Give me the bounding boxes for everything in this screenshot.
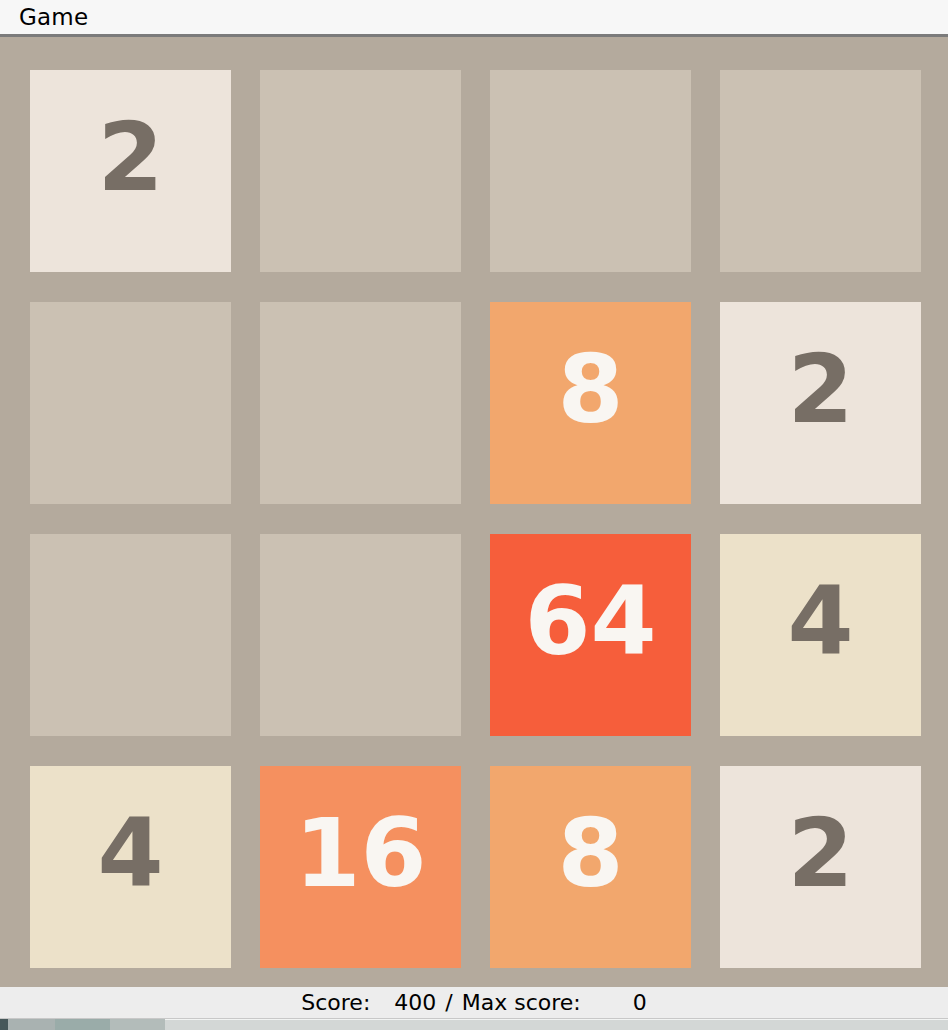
empty-cell: [720, 70, 921, 272]
tile-2: 2: [30, 70, 231, 272]
tile-4: 4: [30, 766, 231, 968]
board[interactable]: 28264441682: [0, 37, 948, 987]
tile-value: 4: [97, 806, 163, 901]
window-edge-segment: [8, 1019, 55, 1030]
tile-value: 8: [557, 806, 623, 901]
window-edge-segment: [0, 1019, 8, 1030]
max-score-label: Max score:: [462, 990, 581, 1015]
tile-value: 2: [787, 806, 853, 901]
empty-cell: [30, 302, 231, 504]
tile-64: 64: [490, 534, 691, 736]
tile-2: 2: [720, 302, 921, 504]
tile-value: 64: [524, 574, 656, 669]
status-bar: Score: 400 / Max score: 0: [0, 987, 948, 1019]
score-value: 400: [386, 990, 436, 1015]
tile-16: 16: [260, 766, 461, 968]
menu-bar: Game: [0, 0, 948, 37]
score-label: Score:: [301, 990, 370, 1015]
empty-cell: [260, 70, 461, 272]
menu-item-game[interactable]: Game: [0, 4, 88, 30]
empty-cell: [260, 534, 461, 736]
score-separator: /: [445, 990, 452, 1015]
tile-value: 2: [97, 110, 163, 205]
tile-value: 16: [294, 806, 426, 901]
tile-value: 4: [787, 574, 853, 669]
empty-cell: [30, 534, 231, 736]
tile-2: 2: [720, 766, 921, 968]
tile-8: 8: [490, 766, 691, 968]
empty-cell: [490, 70, 691, 272]
window-edge-segment: [55, 1019, 110, 1030]
app-window: Game 28264441682 Score: 400 / Max score:…: [0, 0, 948, 1030]
background-window-edge: [0, 1019, 948, 1030]
empty-cell: [260, 302, 461, 504]
tile-value: 2: [787, 342, 853, 437]
tile-8: 8: [490, 302, 691, 504]
window-edge-segment: [110, 1019, 165, 1030]
tile-4: 4: [720, 534, 921, 736]
window-edge-segment: [165, 1019, 948, 1030]
max-score-value: 0: [597, 990, 647, 1015]
tile-value: 8: [557, 342, 623, 437]
